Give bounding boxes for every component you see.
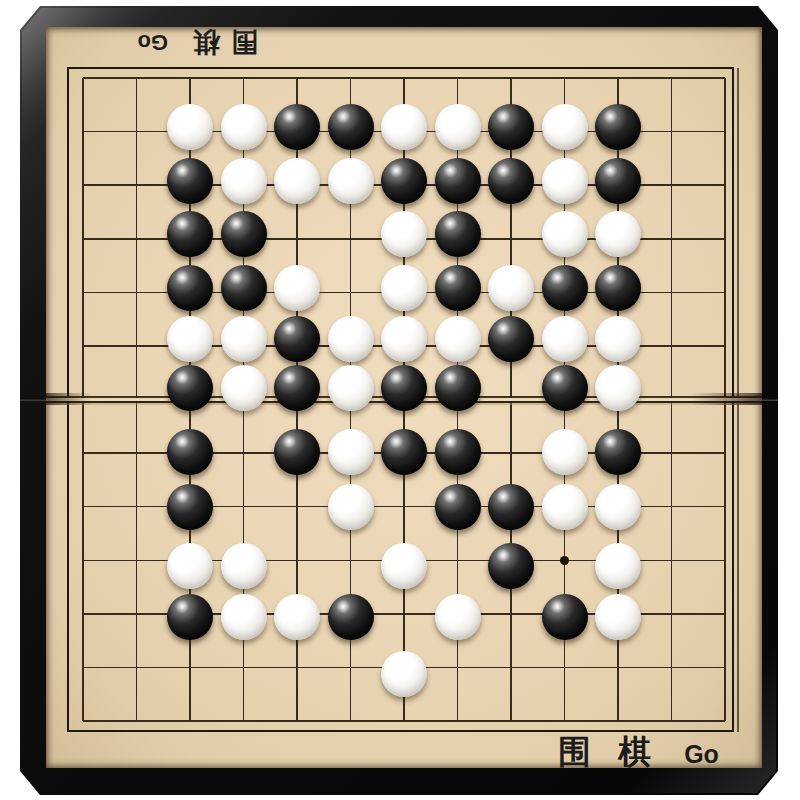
white-stone[interactable] [381,104,427,150]
black-stone[interactable] [221,211,267,257]
white-stone[interactable] [221,104,267,150]
white-stone[interactable] [274,594,320,640]
white-stone[interactable] [435,104,481,150]
star-point [560,556,569,565]
white-stone[interactable] [381,211,427,257]
white-stone[interactable] [328,484,374,530]
black-stone[interactable] [167,429,213,475]
black-stone[interactable] [595,104,641,150]
white-stone[interactable] [595,316,641,362]
black-stone[interactable] [488,316,534,362]
black-stone[interactable] [381,158,427,204]
product-photo: 围棋 Go 围 棋 Go [0,0,800,800]
white-stone[interactable] [542,484,588,530]
black-stone[interactable] [221,265,267,311]
white-stone[interactable] [595,365,641,411]
white-stone[interactable] [542,104,588,150]
white-stone[interactable] [595,211,641,257]
frame-hinge-right [762,398,778,401]
white-stone[interactable] [328,158,374,204]
black-stone[interactable] [435,158,481,204]
white-stone[interactable] [542,316,588,362]
black-stone[interactable] [435,365,481,411]
black-stone[interactable] [167,211,213,257]
black-stone[interactable] [488,484,534,530]
black-stone[interactable] [167,365,213,411]
white-stone[interactable] [274,265,320,311]
white-stone[interactable] [328,429,374,475]
black-stone[interactable] [488,158,534,204]
fold-seam-notch-left [46,393,92,405]
white-stone[interactable] [221,594,267,640]
black-stone[interactable] [488,543,534,589]
black-stone[interactable] [328,594,374,640]
white-stone[interactable] [435,594,481,640]
white-stone[interactable] [381,316,427,362]
black-stone[interactable] [167,265,213,311]
black-stone[interactable] [167,158,213,204]
white-stone[interactable] [167,104,213,150]
black-stone[interactable] [595,158,641,204]
white-stone[interactable] [595,484,641,530]
board-title-top-zh: 围棋 [182,24,258,60]
white-stone[interactable] [274,158,320,204]
white-stone[interactable] [381,265,427,311]
grid-line-h-13 [83,720,725,722]
black-stone[interactable] [274,429,320,475]
black-stone[interactable] [435,211,481,257]
black-stone[interactable] [435,484,481,530]
white-stone[interactable] [167,316,213,362]
white-stone[interactable] [595,543,641,589]
black-stone[interactable] [595,429,641,475]
black-stone[interactable] [542,594,588,640]
white-stone[interactable] [328,365,374,411]
black-stone[interactable] [595,265,641,311]
frame-hinge-left [20,398,46,401]
white-stone[interactable] [221,316,267,362]
black-stone[interactable] [435,429,481,475]
black-stone[interactable] [167,594,213,640]
white-stone[interactable] [542,158,588,204]
black-stone[interactable] [542,265,588,311]
white-stone[interactable] [221,365,267,411]
board-title-bottom-en: Go [684,740,719,769]
black-stone[interactable] [167,484,213,530]
white-stone[interactable] [595,594,641,640]
black-stone[interactable] [488,104,534,150]
black-stone[interactable] [274,365,320,411]
board-title-bottom: 围 棋 Go [558,732,719,772]
board-title-top-en: Go [137,29,168,55]
white-stone[interactable] [167,543,213,589]
black-stone[interactable] [274,316,320,362]
white-stone[interactable] [542,429,588,475]
white-stone[interactable] [381,543,427,589]
white-stone[interactable] [221,158,267,204]
black-stone[interactable] [274,104,320,150]
white-stone[interactable] [435,316,481,362]
white-stone[interactable] [488,265,534,311]
white-stone[interactable] [542,211,588,257]
black-stone[interactable] [542,365,588,411]
black-stone[interactable] [328,104,374,150]
white-stone[interactable] [328,316,374,362]
white-stone[interactable] [221,543,267,589]
black-stone[interactable] [381,429,427,475]
fold-seam-notch-right [690,393,762,405]
board-title-top: 围棋 Go [96,26,258,58]
board-title-bottom-zh: 围 棋 [558,730,660,775]
black-stone[interactable] [435,265,481,311]
black-stone[interactable] [381,365,427,411]
